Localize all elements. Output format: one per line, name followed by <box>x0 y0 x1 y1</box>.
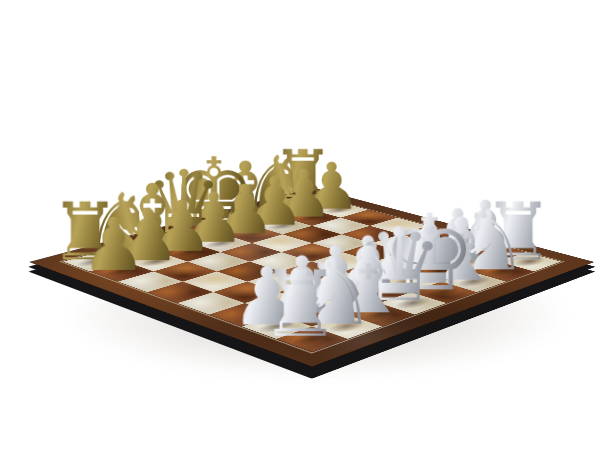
chess-board: ♜♞♝♛♚♝♞♜♟♟♟♟♟♟♟♟♟♟♟♟♟♟♟♟♜♞♝♛♚♝♞♜ <box>29 187 595 367</box>
scene: ♜♞♝♛♚♝♞♜♟♟♟♟♟♟♟♟♟♟♟♟♟♟♟♟♜♞♝♛♚♝♞♜ <box>0 0 600 450</box>
pieces-layer: ♜♞♝♛♚♝♞♜♟♟♟♟♟♟♟♟♟♟♟♟♟♟♟♟♜♞♝♛♚♝♞♜ <box>63 195 561 352</box>
camera-view: ♜♞♝♛♚♝♞♜♟♟♟♟♟♟♟♟♟♟♟♟♟♟♟♟♜♞♝♛♚♝♞♜ <box>0 0 600 450</box>
